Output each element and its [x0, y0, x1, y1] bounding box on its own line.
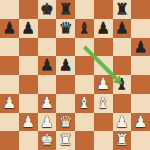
square-a7[interactable]: ♟: [0, 19, 19, 38]
white-pawn[interactable]: ♟: [19, 113, 38, 132]
square-c3[interactable]: ♟: [38, 94, 57, 113]
square-g1[interactable]: ♜: [113, 131, 132, 150]
square-c1[interactable]: ♚: [38, 131, 57, 150]
square-d4[interactable]: [56, 75, 75, 94]
black-pawn[interactable]: ♟: [56, 56, 75, 75]
white-queen[interactable]: ♛: [56, 113, 75, 132]
square-f6[interactable]: [94, 38, 113, 57]
square-b7[interactable]: ♟: [19, 19, 38, 38]
square-c5[interactable]: ♟: [38, 56, 57, 75]
square-g6[interactable]: [113, 38, 132, 57]
square-d6[interactable]: [56, 38, 75, 57]
square-b1[interactable]: [19, 131, 38, 150]
white-king[interactable]: ♚: [38, 131, 57, 150]
square-d5[interactable]: ♟: [56, 56, 75, 75]
white-pawn[interactable]: ♟: [38, 113, 57, 132]
black-bishop[interactable]: ♝: [75, 19, 94, 38]
black-rook[interactable]: ♜: [56, 0, 75, 19]
square-e8[interactable]: [75, 0, 94, 19]
square-c2[interactable]: ♟: [38, 113, 57, 132]
chess-board: ♚♜♜♟♟♛♝♟♟♟♟♟♟♝♟♟♝♝♟♟♛♟♟♚♜♜: [0, 0, 150, 150]
square-h6[interactable]: ♟: [131, 38, 150, 57]
square-e1[interactable]: [75, 131, 94, 150]
square-d3[interactable]: [56, 94, 75, 113]
square-h4[interactable]: [131, 75, 150, 94]
square-f7[interactable]: ♟: [94, 19, 113, 38]
square-h7[interactable]: [131, 19, 150, 38]
square-g2[interactable]: ♟: [113, 113, 132, 132]
square-h8[interactable]: [131, 0, 150, 19]
square-d8[interactable]: ♜: [56, 0, 75, 19]
square-c6[interactable]: [38, 38, 57, 57]
square-f4[interactable]: ♟: [94, 75, 113, 94]
square-g7[interactable]: ♟: [113, 19, 132, 38]
square-h2[interactable]: ♟: [131, 113, 150, 132]
square-b2[interactable]: ♟: [19, 113, 38, 132]
square-b4[interactable]: [19, 75, 38, 94]
square-b5[interactable]: [19, 56, 38, 75]
square-a8[interactable]: [0, 0, 19, 19]
white-rook[interactable]: ♜: [56, 131, 75, 150]
square-a3[interactable]: ♟: [0, 94, 19, 113]
black-king[interactable]: ♚: [38, 0, 57, 19]
square-e3[interactable]: ♝: [75, 94, 94, 113]
square-d2[interactable]: ♛: [56, 113, 75, 132]
square-h1[interactable]: [131, 131, 150, 150]
square-g4[interactable]: ♝: [113, 75, 132, 94]
square-c4[interactable]: [38, 75, 57, 94]
board-grid: ♚♜♜♟♟♛♝♟♟♟♟♟♟♝♟♟♝♝♟♟♛♟♟♚♜♜: [0, 0, 150, 150]
white-pawn[interactable]: ♟: [113, 113, 132, 132]
square-f1[interactable]: [94, 131, 113, 150]
white-bishop[interactable]: ♝: [75, 94, 94, 113]
square-c7[interactable]: [38, 19, 57, 38]
square-a2[interactable]: [0, 113, 19, 132]
black-pawn[interactable]: ♟: [131, 38, 150, 57]
black-rook[interactable]: ♜: [113, 0, 132, 19]
square-b3[interactable]: [19, 94, 38, 113]
black-pawn[interactable]: ♟: [38, 56, 57, 75]
square-f2[interactable]: [94, 113, 113, 132]
square-a1[interactable]: [0, 131, 19, 150]
black-pawn[interactable]: ♟: [0, 19, 19, 38]
square-f5[interactable]: [94, 56, 113, 75]
square-h5[interactable]: [131, 56, 150, 75]
square-f3[interactable]: ♝: [94, 94, 113, 113]
square-h3[interactable]: [131, 94, 150, 113]
square-a4[interactable]: [0, 75, 19, 94]
square-e7[interactable]: ♝: [75, 19, 94, 38]
white-bishop[interactable]: ♝: [94, 94, 113, 113]
square-e6[interactable]: [75, 38, 94, 57]
white-pawn[interactable]: ♟: [131, 113, 150, 132]
black-pawn[interactable]: ♟: [19, 19, 38, 38]
square-f8[interactable]: [94, 0, 113, 19]
black-pawn[interactable]: ♟: [94, 19, 113, 38]
square-e5[interactable]: [75, 56, 94, 75]
square-e4[interactable]: [75, 75, 94, 94]
black-bishop[interactable]: ♝: [113, 75, 132, 94]
black-pawn[interactable]: ♟: [113, 19, 132, 38]
white-pawn[interactable]: ♟: [38, 94, 57, 113]
white-pawn[interactable]: ♟: [94, 75, 113, 94]
white-pawn[interactable]: ♟: [0, 94, 19, 113]
black-queen[interactable]: ♛: [56, 19, 75, 38]
square-d1[interactable]: ♜: [56, 131, 75, 150]
square-d7[interactable]: ♛: [56, 19, 75, 38]
square-b8[interactable]: [19, 0, 38, 19]
square-c8[interactable]: ♚: [38, 0, 57, 19]
square-e2[interactable]: [75, 113, 94, 132]
square-a5[interactable]: [0, 56, 19, 75]
white-rook[interactable]: ♜: [113, 131, 132, 150]
square-b6[interactable]: [19, 38, 38, 57]
square-g5[interactable]: [113, 56, 132, 75]
square-a6[interactable]: [0, 38, 19, 57]
square-g3[interactable]: [113, 94, 132, 113]
square-g8[interactable]: ♜: [113, 0, 132, 19]
